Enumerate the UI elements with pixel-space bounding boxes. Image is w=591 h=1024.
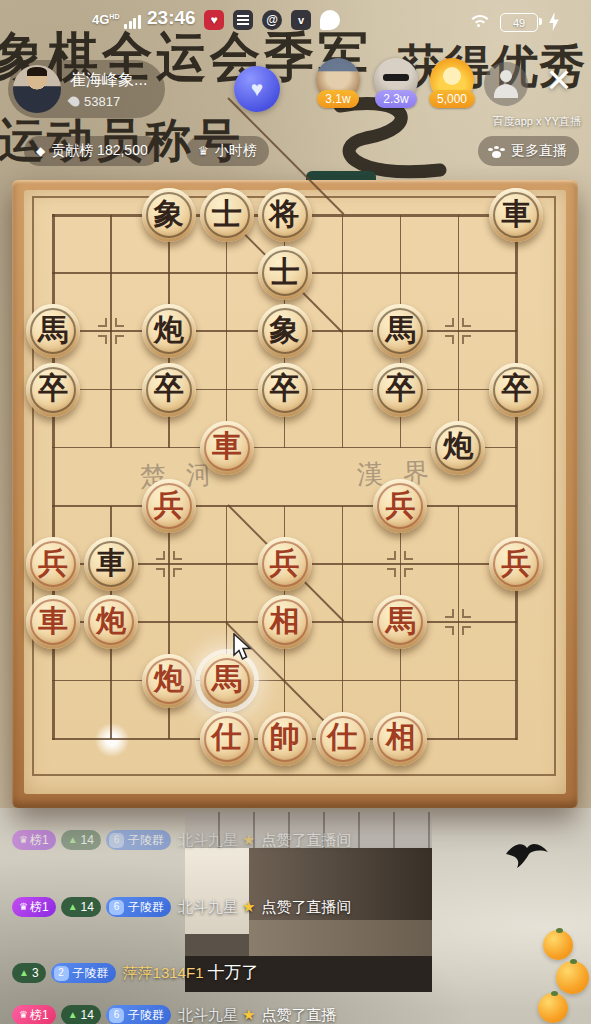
message-bubble-icon bbox=[320, 10, 340, 30]
piece-red-兵[interactable]: 兵 bbox=[26, 537, 80, 591]
piece-black-馬[interactable]: 馬 bbox=[26, 304, 80, 358]
piece-red-帥[interactable]: 帥 bbox=[258, 712, 312, 766]
heart-icon: ♥ bbox=[251, 77, 263, 101]
video-counter bbox=[249, 920, 432, 958]
gift-badge: 3.1w bbox=[317, 90, 358, 108]
piece-black-炮[interactable]: 炮 bbox=[142, 304, 196, 358]
piece-red-兵[interactable]: 兵 bbox=[142, 479, 196, 533]
streamer-card[interactable]: 崔海峰象... 53817 bbox=[8, 60, 165, 118]
health-app-icon: ♥ bbox=[204, 10, 224, 30]
video-inset[interactable] bbox=[185, 812, 432, 992]
video-cabinets bbox=[249, 848, 432, 920]
piece-glyph: 卒 bbox=[501, 368, 531, 409]
piece-glyph: 兵 bbox=[154, 485, 184, 526]
piece-black-象[interactable]: 象 bbox=[142, 188, 196, 242]
piece-glyph: 仕 bbox=[328, 717, 358, 758]
piece-red-仕[interactable]: 仕 bbox=[200, 712, 254, 766]
orange-emoji bbox=[538, 993, 568, 1023]
clock: 23:46 bbox=[147, 7, 196, 29]
piece-glyph: 仕 bbox=[212, 717, 242, 758]
point-marker bbox=[445, 318, 471, 344]
piece-red-炮[interactable]: 炮 bbox=[84, 595, 138, 649]
piece-black-車[interactable]: 車 bbox=[84, 537, 138, 591]
signal-bars-icon bbox=[124, 15, 141, 29]
live-stream-screen: 象棋全运会季军 获得优秀 运动员称号 4GHD 23:46 ♥ @ v 49 崔… bbox=[0, 0, 591, 1024]
top-viewer-3[interactable]: 5,000 bbox=[428, 58, 476, 108]
piece-glyph: 卒 bbox=[38, 368, 68, 409]
orange-emoji bbox=[556, 961, 589, 994]
diamond-icon: ◆ bbox=[36, 144, 45, 158]
top-viewer-2[interactable]: 2.3w bbox=[372, 58, 420, 108]
status-bar: 4GHD 23:46 ♥ @ v 49 bbox=[0, 6, 591, 34]
crown-icon: ♛ bbox=[198, 144, 209, 158]
hour-rank-pill[interactable]: ♛ 小时榜 bbox=[186, 136, 269, 166]
paw-icon bbox=[492, 151, 501, 158]
video-ceiling bbox=[185, 812, 432, 848]
piece-black-士[interactable]: 士 bbox=[200, 188, 254, 242]
point-marker bbox=[98, 318, 124, 344]
xiangqi-board[interactable]: 楚河 漢界 象士将車士馬炮象馬卒卒卒卒卒炮車車兵兵兵兵兵車炮相馬炮馬仕帥仕相 bbox=[12, 180, 578, 808]
piece-black-炮[interactable]: 炮 bbox=[431, 421, 485, 475]
viewer-placeholder-avatar[interactable] bbox=[484, 62, 528, 106]
piece-glyph: 士 bbox=[212, 194, 242, 235]
board-field[interactable]: 楚河 漢界 象士将車士馬炮象馬卒卒卒卒卒炮車車兵兵兵兵兵車炮相馬炮馬仕帥仕相 bbox=[24, 190, 566, 794]
piece-glyph: 象 bbox=[270, 310, 300, 351]
piece-glyph: 馬 bbox=[38, 310, 68, 351]
piece-glyph: 相 bbox=[270, 601, 300, 642]
streamer-avatar[interactable] bbox=[13, 65, 61, 113]
wifi-icon bbox=[468, 15, 490, 29]
piece-glyph: 車 bbox=[38, 601, 68, 642]
follow-button[interactable]: ♥ bbox=[234, 66, 280, 112]
piece-glyph: 卒 bbox=[270, 368, 300, 409]
piece-glyph: 兵 bbox=[270, 543, 300, 584]
gift-badge: 2.3w bbox=[375, 90, 416, 108]
piece-black-将[interactable]: 将 bbox=[258, 188, 312, 242]
board-line bbox=[226, 215, 228, 448]
piece-glyph: 馬 bbox=[212, 659, 242, 700]
piece-glyph: 兵 bbox=[501, 543, 531, 584]
platform-label: 百度app x YY直播 bbox=[493, 114, 581, 129]
piece-glyph: 卒 bbox=[154, 368, 184, 409]
piece-glyph: 兵 bbox=[38, 543, 68, 584]
flame-icon bbox=[67, 94, 81, 108]
piece-glyph: 象 bbox=[154, 194, 184, 235]
piece-glyph: 炮 bbox=[154, 659, 184, 700]
at-mention-icon: @ bbox=[262, 10, 282, 30]
piece-black-卒[interactable]: 卒 bbox=[142, 363, 196, 417]
piece-black-卒[interactable]: 卒 bbox=[26, 363, 80, 417]
piece-glyph: 車 bbox=[501, 194, 531, 235]
piece-glyph: 車 bbox=[212, 426, 242, 467]
piece-glyph: 兵 bbox=[385, 485, 415, 526]
network-indicator: 4GHD bbox=[92, 12, 119, 27]
piece-red-仕[interactable]: 仕 bbox=[316, 712, 370, 766]
more-live-pill[interactable]: 更多直播 bbox=[478, 136, 579, 166]
piece-glyph: 馬 bbox=[385, 310, 415, 351]
piece-red-相[interactable]: 相 bbox=[373, 712, 427, 766]
piece-black-車[interactable]: 車 bbox=[489, 188, 543, 242]
board-line bbox=[515, 214, 518, 740]
piece-red-相[interactable]: 相 bbox=[258, 595, 312, 649]
piece-black-卒[interactable]: 卒 bbox=[373, 363, 427, 417]
battery-indicator: 49 bbox=[500, 13, 538, 32]
charging-bolt-icon bbox=[548, 12, 560, 31]
top-viewer-1[interactable]: 3.1w bbox=[314, 58, 362, 108]
piece-red-兵[interactable]: 兵 bbox=[373, 479, 427, 533]
orange-emoji bbox=[543, 930, 573, 960]
mouse-cursor bbox=[233, 633, 253, 661]
piece-black-卒[interactable]: 卒 bbox=[258, 363, 312, 417]
piece-red-兵[interactable]: 兵 bbox=[258, 537, 312, 591]
gift-badge: 5,000 bbox=[429, 90, 475, 108]
piece-glyph: 馬 bbox=[385, 601, 415, 642]
chat-app-icon: v bbox=[291, 10, 311, 30]
piece-red-車[interactable]: 車 bbox=[200, 421, 254, 475]
piece-glyph: 炮 bbox=[154, 310, 184, 351]
video-floor bbox=[185, 956, 432, 992]
video-window bbox=[185, 848, 249, 934]
contribution-rank-pill[interactable]: ◆ 贡献榜 182,500 bbox=[24, 136, 160, 166]
bird-silhouette bbox=[505, 838, 549, 870]
piece-glyph: 相 bbox=[385, 717, 415, 758]
point-marker bbox=[445, 609, 471, 635]
piece-black-象[interactable]: 象 bbox=[258, 304, 312, 358]
piece-glyph: 士 bbox=[270, 252, 300, 293]
piece-black-士[interactable]: 士 bbox=[258, 246, 312, 300]
like-count: 53817 bbox=[70, 94, 147, 109]
piece-glyph: 卒 bbox=[385, 368, 415, 409]
piece-red-馬[interactable]: 馬 bbox=[200, 654, 254, 708]
point-marker bbox=[387, 551, 413, 577]
streamer-name: 崔海峰象... bbox=[70, 70, 147, 91]
piece-red-兵[interactable]: 兵 bbox=[489, 537, 543, 591]
piece-glyph: 炮 bbox=[443, 426, 473, 467]
close-button[interactable]: × bbox=[536, 58, 582, 104]
piece-glyph: 炮 bbox=[96, 601, 126, 642]
piece-glyph: 将 bbox=[270, 194, 300, 235]
piece-glyph: 帥 bbox=[270, 717, 300, 758]
piece-red-車[interactable]: 車 bbox=[26, 595, 80, 649]
board-line bbox=[52, 214, 55, 740]
piece-red-炮[interactable]: 炮 bbox=[142, 654, 196, 708]
piece-black-卒[interactable]: 卒 bbox=[489, 363, 543, 417]
point-marker bbox=[156, 551, 182, 577]
piece-glyph: 車 bbox=[96, 543, 126, 584]
notes-app-icon bbox=[233, 10, 253, 30]
